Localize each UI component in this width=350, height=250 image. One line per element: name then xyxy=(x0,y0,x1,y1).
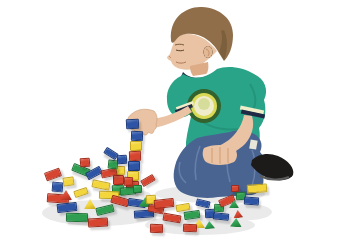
wooden-block-yellow-cube xyxy=(62,176,74,186)
photo-scene xyxy=(0,0,350,250)
wooden-block-blue-rect xyxy=(57,202,78,213)
wooden-block-red-cube xyxy=(124,177,133,186)
wooden-block-blue-cube xyxy=(131,131,143,141)
wooden-block-blue-cube xyxy=(117,155,128,165)
wooden-block-red-cube xyxy=(231,185,239,192)
wooden-block-blue-rect xyxy=(195,198,210,208)
wooden-block-green-triangle xyxy=(204,221,216,230)
wooden-block-blue-cube xyxy=(52,182,64,193)
wooden-block-red-cube xyxy=(129,151,141,161)
wooden-block-red-triangle xyxy=(233,209,244,218)
blocks-layer xyxy=(0,0,350,250)
wooden-block-blue-rect xyxy=(213,212,230,221)
wooden-block-blue-cube xyxy=(126,119,140,130)
wooden-block-red-rect xyxy=(154,198,175,209)
wooden-block-red-rect xyxy=(44,168,62,182)
wooden-block-yellow-rect xyxy=(73,187,88,198)
wooden-block-red-rect xyxy=(183,224,197,233)
wooden-block-blue-cube xyxy=(128,161,140,171)
wooden-block-yellow-rect xyxy=(247,183,268,193)
wooden-block-red-cube xyxy=(150,224,163,233)
wooden-block-green-rect xyxy=(95,204,114,216)
wooden-block-green-cube xyxy=(133,185,142,193)
wooden-block-blue-rect xyxy=(244,196,260,205)
wooden-block-red-cube xyxy=(113,175,124,185)
wooden-block-yellow-cube xyxy=(130,141,142,151)
wooden-block-green-triangle xyxy=(230,218,242,228)
wooden-block-red-cube xyxy=(80,158,91,168)
wooden-block-green-rect xyxy=(184,210,201,220)
wooden-block-red-rect xyxy=(162,212,181,223)
wooden-block-green-rect xyxy=(66,213,88,223)
wooden-block-yellow-triangle xyxy=(84,199,96,209)
wooden-block-red-rect xyxy=(88,217,108,227)
wooden-block-yellow-rect xyxy=(91,179,110,191)
wooden-block-red-rect xyxy=(140,174,156,187)
